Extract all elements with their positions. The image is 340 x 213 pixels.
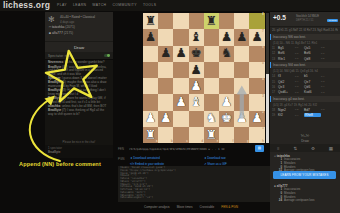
piece-black-pawn[interactable]: ♟ [158, 46, 173, 62]
fen-value[interactable]: r3r3/p2b1ppp/1ppk1n2/3p4/3P4/2PB1P2/PP2N… [129, 147, 253, 151]
square-b7[interactable] [158, 29, 173, 45]
flip-board-icon[interactable]: ⇅ [293, 146, 297, 151]
move-black[interactable]: Qe7 [304, 80, 321, 84]
square-f1[interactable]: f [219, 127, 234, 143]
move-black[interactable]: Rhe8 [304, 113, 321, 117]
move-white[interactable]: Qe3 [278, 85, 295, 89]
chat-message: BradSyte (4): I watched a lot of him ber… [45, 65, 113, 76]
square-b6[interactable]: ♟ [158, 46, 173, 62]
file-coord: g [247, 140, 249, 143]
engine-pv-line[interactable]: 20. g4 h5 21. g5 Nd7 22. f4 Re7 23. Ng3 … [272, 28, 338, 33]
square-d3[interactable]: ♝ [189, 94, 204, 110]
square-f5[interactable] [219, 62, 234, 78]
square-h4[interactable]: 4 [249, 78, 264, 94]
piece-black-rook[interactable]: ♜ [204, 13, 219, 29]
judgment-comment: Inaccuracy. g4 was best. [270, 96, 340, 102]
square-h1[interactable]: h1 [249, 127, 264, 143]
square-b2[interactable]: ♟ [158, 111, 173, 127]
underboard-tabs: Computer analysisMove timesCrosstableFEN… [113, 202, 269, 211]
square-d1[interactable]: d [189, 127, 204, 143]
square-c5[interactable] [173, 62, 188, 78]
link-download-raw[interactable]: ⬇ Download raw [204, 156, 268, 160]
learn-from-mistakes-button[interactable]: LEARN FROM YOUR MISTAKES [273, 171, 336, 179]
move-black[interactable]: Bd7 [304, 108, 321, 112]
square-b5[interactable] [158, 62, 173, 78]
move-black[interactable]: Qd6 [304, 85, 321, 89]
square-g8[interactable] [234, 13, 249, 29]
rank-coord: 6 [262, 46, 263, 49]
square-e1[interactable]: ♜e [204, 127, 219, 143]
square-a7[interactable]: ♟ [143, 29, 158, 45]
file-coord: e [217, 140, 218, 143]
square-h3[interactable]: 3 [249, 94, 264, 110]
square-g3[interactable] [234, 94, 249, 110]
tab-move-times[interactable]: Move times [177, 205, 193, 209]
square-c1[interactable]: c [173, 127, 188, 143]
square-e2[interactable]: ♞ [204, 111, 219, 127]
move-black[interactable]: b5 [304, 74, 321, 78]
result-score: ½-½ [270, 133, 340, 138]
pgn-links: PGN ⬇ Download annotated⬇ Download raw</… [118, 156, 268, 166]
square-c6[interactable]: ♟ [173, 46, 188, 62]
rank-coord: 5 [262, 62, 263, 65]
annotation-caption: Append (NN) before comment [19, 161, 101, 167]
chat-toggle[interactable] [104, 54, 110, 57]
rank-coord: 1 [262, 127, 263, 130]
black-player-link[interactable]: ■ alfa777 (2175) [49, 31, 73, 35]
square-g2[interactable]: ♟ [234, 111, 249, 127]
square-c2[interactable] [173, 111, 188, 127]
square-c3[interactable]: ♟ [173, 94, 188, 110]
move-white[interactable]: Bxf6 [278, 51, 295, 55]
game-setup-text: 40+40 • Rated • Classical [60, 15, 95, 19]
chat-room-label: Spectator room [48, 54, 104, 58]
square-f6[interactable]: ♞ [219, 46, 234, 62]
square-f8[interactable] [219, 13, 234, 29]
move-white[interactable]: Qd2 [278, 80, 295, 84]
file-coord: c [186, 140, 187, 143]
result-label: Draw [270, 139, 340, 143]
square-d7[interactable]: ♝ [189, 29, 204, 45]
square-a3[interactable] [143, 94, 158, 110]
eval-gauge [266, 13, 269, 143]
rank-coord: 8 [262, 13, 263, 16]
piece-white-king[interactable]: ♚ [219, 111, 234, 127]
classical-game-icon: ✻ [48, 15, 55, 24]
spectator-list: 1 spectator BradSyte [45, 145, 113, 158]
piece-black-pawn[interactable]: ♟ [143, 29, 158, 45]
nav-item-community[interactable]: COMMUNITY [112, 3, 137, 7]
square-d6[interactable]: ♚ [189, 46, 204, 62]
menu-icon[interactable]: ≡ [277, 146, 280, 151]
link-share-as-a-gif[interactable]: ↗ Share as a GIF [204, 162, 268, 166]
copy-fen-button[interactable]: ▤ [255, 145, 264, 152]
eval-score: +0.5 [273, 14, 286, 21]
square-c8[interactable] [173, 13, 188, 29]
lichess-logo[interactable]: lichess.org [3, 0, 50, 10]
file-coord: a [156, 140, 157, 143]
rank-coord: 2 [262, 111, 263, 114]
square-f4[interactable] [219, 78, 234, 94]
move-white[interactable]: Nge2 [278, 108, 295, 112]
square-e3[interactable] [204, 94, 219, 110]
move-white[interactable]: Bg5 [278, 46, 295, 50]
square-f3[interactable]: ♟ [219, 94, 234, 110]
square-e7[interactable] [204, 29, 219, 45]
square-b8[interactable] [158, 13, 173, 29]
tab-fen-pgn[interactable]: FEN & PGN [221, 205, 238, 209]
square-a5[interactable] [143, 62, 158, 78]
square-g7[interactable]: ♟ [234, 29, 249, 45]
lichess-analysis-page: lichess.org PLAYLEARNWATCHCOMMUNITYTOOLS… [0, 0, 340, 213]
move-row[interactable]: 19Kf20.4Rhe8 [270, 113, 340, 118]
link-embed-in-your-website[interactable]: </> Embed in your website [130, 162, 204, 166]
square-g5[interactable] [234, 62, 249, 78]
piece-black-pawn[interactable]: ♟ [189, 62, 204, 78]
square-a1[interactable]: ♜a [143, 127, 158, 143]
white-player-link[interactable]: □ tatashka (2071) [49, 25, 75, 29]
piece-white-bishop[interactable]: ♝ [189, 94, 204, 110]
spectator-name[interactable]: BradSyte [48, 150, 113, 154]
square-g4[interactable] [234, 78, 249, 94]
move-row[interactable]: 17Qxd6+0.3Kxd60.3 [270, 90, 340, 95]
fen-row: FEN r3r3/p2b1ppp/1ppk1n2/3p4/3P4/2PB1P2/… [118, 146, 266, 153]
file-coord: h [262, 140, 264, 143]
piece-black-pawn[interactable]: ♟ [173, 46, 188, 62]
square-a6[interactable] [143, 46, 158, 62]
square-d5[interactable]: ♟ [189, 62, 204, 78]
game-date-text: 4 days ago [60, 20, 74, 24]
fen-label: FEN [118, 147, 124, 151]
square-h8[interactable]: 8 [249, 13, 264, 29]
move-black[interactable]: Bxf6 [304, 51, 321, 55]
rank-coord: 4 [262, 78, 263, 81]
square-c4[interactable] [173, 78, 188, 94]
file-coord: d [201, 140, 203, 143]
black-analysis-summary: ● alfa777 1Inaccuracies0Mistakes0Blunder… [274, 184, 338, 203]
square-a2[interactable]: ♟ [143, 111, 158, 127]
square-f2[interactable]: ♚ [219, 111, 234, 127]
piece-black-knight[interactable]: ♞ [219, 46, 234, 62]
move-list[interactable]: Inaccuracy. Nf6 was best.(1.0) 10... Nf6… [270, 33, 340, 133]
cloud-eval-badge: CLOUD [327, 19, 338, 23]
analysis-toolbar: ≡⇅⚙▦ [270, 144, 340, 152]
file-coord: b [171, 140, 173, 143]
piece-black-pawn[interactable]: ♟ [234, 29, 249, 45]
judgment-comment: Inaccuracy. Nf6 was best. [270, 34, 340, 40]
chat-message: BradSyte (7): I was thinking of Rg4 all … [45, 109, 113, 117]
tab-crosstable[interactable]: Crosstable [199, 205, 214, 209]
square-e8[interactable]: ♜ [204, 13, 219, 29]
move-white[interactable]: Qxd6+ [278, 90, 295, 94]
game-result-bar: Draw [45, 41, 113, 52]
game-result-block: ½-½ Draw [270, 133, 340, 143]
square-b3[interactable] [158, 94, 173, 110]
move-white[interactable]: Kf2 [278, 113, 295, 117]
nav-item-tools[interactable]: TOOLS [143, 3, 156, 7]
rank-coord: 3 [262, 95, 263, 98]
square-e5[interactable] [204, 62, 219, 78]
game-meta-box: ✻ 40+40 • Rated • Classical 4 days ago □… [45, 12, 113, 41]
move-black[interactable]: Kxd6 [304, 90, 321, 94]
square-a4[interactable] [143, 78, 158, 94]
piece-black-pawn[interactable]: ♟ [219, 29, 234, 45]
piece-white-pawn[interactable]: ♟ [189, 78, 204, 94]
analysis-panel: +0.5 Stockfish 14 NNUE DEPTH 21 / 51 CLO… [270, 12, 340, 213]
gear-icon[interactable]: ⚙ [311, 146, 315, 151]
piece-white-pawn[interactable]: ♟ [234, 111, 249, 127]
engine-eval-header[interactable]: +0.5 Stockfish 14 NNUE DEPTH 21 / 51 CLO… [270, 12, 340, 27]
square-h7[interactable]: ♟7 [249, 29, 264, 45]
move-white[interactable]: Rfe1 [278, 57, 295, 61]
move-black[interactable]: Qd8 [304, 57, 321, 61]
piece-white-pawn[interactable]: ♟ [158, 111, 173, 127]
square-d2[interactable] [189, 111, 204, 127]
piece-white-pawn[interactable]: ♟ [173, 94, 188, 110]
square-g1[interactable]: g [234, 127, 249, 143]
tab-computer-analysis[interactable]: Computer analysis [144, 205, 170, 209]
chat-message-list[interactable]: Neverness: ha ha for wonder gambit btw?B… [45, 60, 113, 141]
square-a8[interactable]: ♜ [143, 13, 158, 29]
pgn-label: PGN [118, 157, 125, 161]
square-g6[interactable] [234, 46, 249, 62]
piece-white-pawn[interactable]: ♟ [219, 94, 234, 110]
square-d4[interactable]: ♟ [189, 78, 204, 94]
judgment-comment: Inaccuracy. Nf4 was best. [270, 62, 340, 68]
square-c7[interactable] [173, 29, 188, 45]
square-e6[interactable] [204, 46, 219, 62]
piece-black-rook[interactable]: ♜ [143, 13, 158, 29]
chat-header: Spectator room [45, 52, 113, 59]
engine-depth: DEPTH 21 / 51 [296, 19, 313, 22]
square-h2[interactable]: ♟2 [249, 111, 264, 127]
square-d8[interactable] [189, 13, 204, 29]
pgn-text-block[interactable]: [Event "Rated Classical game"][Site "htt… [118, 166, 270, 202]
summary-row: 24Average centipawn loss [274, 199, 338, 203]
piece-black-bishop[interactable]: ♝ [189, 29, 204, 45]
link-download-annotated[interactable]: ⬇ Download annotated [130, 156, 204, 160]
piece-white-pawn[interactable]: ♟ [143, 111, 158, 127]
square-h6[interactable]: 6 [249, 46, 264, 62]
square-h5[interactable]: 5 [249, 62, 264, 78]
engine-name: Stockfish 14 NNUE [296, 15, 319, 18]
pgn-line: [WhiteRatingDiff "+2"] [120, 197, 268, 200]
move-white[interactable]: f3 [278, 74, 295, 78]
chess-board[interactable]: ♜♜8♟♝♟♟♟7♟♟♚♞6♟5♟4♟♝♟3♟♟♞♚♟♟2♜abcd♜efgh1 [143, 13, 265, 143]
move-black[interactable]: Qa5 [304, 46, 321, 50]
square-b4[interactable] [158, 78, 173, 94]
board-editor-icon[interactable]: ▦ [329, 146, 333, 151]
piece-black-king[interactable]: ♚ [189, 46, 204, 62]
move-row[interactable]: 13Rfe10.7Qd80.5 [270, 56, 340, 61]
piece-white-knight[interactable]: ♞ [204, 111, 219, 127]
square-b1[interactable]: b [158, 127, 173, 143]
square-f7[interactable]: ♟ [219, 29, 234, 45]
left-column: ✻ 40+40 • Rated • Classical 4 days ago □… [45, 0, 113, 213]
rank-coord: 7 [262, 30, 263, 33]
square-e4[interactable] [204, 78, 219, 94]
